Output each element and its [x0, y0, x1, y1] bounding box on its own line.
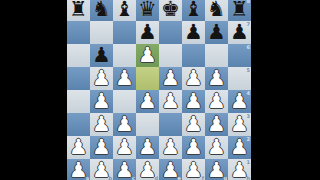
square-e3[interactable] — [159, 113, 182, 136]
white-pawn[interactable]: ♟ — [136, 44, 159, 67]
square-h5[interactable]: 5 — [228, 67, 251, 90]
white-pawn[interactable]: ♟ — [182, 90, 205, 113]
white-pawn[interactable]: ♟ — [159, 90, 182, 113]
square-b1[interactable]: ♟b — [90, 159, 113, 180]
white-pawn[interactable]: ♟ — [90, 90, 113, 113]
black-knight[interactable]: ♞ — [205, 0, 228, 21]
square-b3[interactable]: ♟ — [90, 113, 113, 136]
black-pawn[interactable]: ♟ — [136, 21, 159, 44]
square-h2[interactable]: ♟2 — [228, 136, 251, 159]
square-e7[interactable] — [159, 21, 182, 44]
white-pawn[interactable]: ♟ — [205, 136, 228, 159]
coordinate-rank-1: 1 — [247, 160, 250, 165]
coordinate-file-c: c — [132, 176, 135, 180]
square-a6[interactable] — [67, 44, 90, 67]
square-f8[interactable]: ♝ — [182, 0, 205, 21]
coordinate-file-d: d — [154, 176, 158, 180]
coordinate-file-a: a — [86, 176, 89, 180]
square-g3[interactable]: ♟ — [205, 113, 228, 136]
square-a8[interactable]: ♜ — [67, 0, 90, 21]
square-f6[interactable] — [182, 44, 205, 67]
square-b6[interactable]: ♟ — [90, 44, 113, 67]
square-c5[interactable]: ♟ — [113, 67, 136, 90]
black-rook[interactable]: ♜ — [67, 0, 90, 21]
square-e4[interactable]: ♟ — [159, 90, 182, 113]
black-queen[interactable]: ♛ — [136, 0, 159, 21]
black-knight[interactable]: ♞ — [90, 0, 113, 21]
coordinate-rank-6: 6 — [247, 45, 250, 50]
square-d7[interactable]: ♟ — [136, 21, 159, 44]
white-pawn[interactable]: ♟ — [90, 113, 113, 136]
square-a5[interactable] — [67, 67, 90, 90]
coordinate-file-g: g — [223, 176, 227, 180]
coordinate-rank-7: 7 — [247, 22, 250, 27]
square-b7[interactable] — [90, 21, 113, 44]
square-h8[interactable]: ♜8 — [228, 0, 251, 21]
square-d6[interactable]: ♟ — [136, 44, 159, 67]
black-pawn[interactable]: ♟ — [205, 21, 228, 44]
white-pawn[interactable]: ♟ — [113, 67, 136, 90]
white-pawn[interactable]: ♟ — [113, 113, 136, 136]
square-f1[interactable]: ♟f — [182, 159, 205, 180]
square-g6[interactable] — [205, 44, 228, 67]
white-pawn[interactable]: ♟ — [90, 67, 113, 90]
white-pawn[interactable]: ♟ — [205, 90, 228, 113]
coordinate-file-e: e — [178, 176, 181, 180]
square-d8[interactable]: ♛ — [136, 0, 159, 21]
letterbox-background: ♜♞♝♛♚♝♞♜8♟♟♟♟7♟♟6♟♟♟♟♟5♟♟♟♟♟♟4♟♟♟♟♟3♟♟♟♟… — [0, 0, 320, 180]
square-d3[interactable] — [136, 113, 159, 136]
black-pawn[interactable]: ♟ — [90, 44, 113, 67]
square-d2[interactable]: ♟ — [136, 136, 159, 159]
coordinate-file-h: h — [246, 176, 250, 180]
white-pawn[interactable]: ♟ — [182, 67, 205, 90]
coordinate-file-b: b — [108, 176, 112, 180]
square-a3[interactable] — [67, 113, 90, 136]
white-pawn[interactable]: ♟ — [67, 136, 90, 159]
square-c3[interactable]: ♟ — [113, 113, 136, 136]
square-h6[interactable]: 6 — [228, 44, 251, 67]
square-h1[interactable]: ♟1h — [228, 159, 251, 180]
square-c6[interactable] — [113, 44, 136, 67]
white-pawn[interactable]: ♟ — [159, 67, 182, 90]
square-e8[interactable]: ♚ — [159, 0, 182, 21]
square-b4[interactable]: ♟ — [90, 90, 113, 113]
square-g8[interactable]: ♞ — [205, 0, 228, 21]
white-pawn[interactable]: ♟ — [205, 113, 228, 136]
square-a4[interactable] — [67, 90, 90, 113]
square-h7[interactable]: ♟7 — [228, 21, 251, 44]
square-c7[interactable] — [113, 21, 136, 44]
black-bishop[interactable]: ♝ — [182, 0, 205, 21]
square-a2[interactable]: ♟ — [67, 136, 90, 159]
square-a1[interactable]: ♟a — [67, 159, 90, 180]
square-e6[interactable] — [159, 44, 182, 67]
square-g7[interactable]: ♟ — [205, 21, 228, 44]
white-pawn[interactable]: ♟ — [182, 136, 205, 159]
coordinate-file-f: f — [202, 176, 204, 180]
black-bishop[interactable]: ♝ — [113, 0, 136, 21]
square-d1[interactable]: ♟d — [136, 159, 159, 180]
square-c4[interactable] — [113, 90, 136, 113]
white-pawn[interactable]: ♟ — [136, 136, 159, 159]
square-d5[interactable] — [136, 67, 159, 90]
square-f5[interactable]: ♟ — [182, 67, 205, 90]
white-pawn[interactable]: ♟ — [136, 90, 159, 113]
square-f3[interactable]: ♟ — [182, 113, 205, 136]
square-g1[interactable]: ♟g — [205, 159, 228, 180]
square-h3[interactable]: ♟3 — [228, 113, 251, 136]
square-c1[interactable]: ♟c — [113, 159, 136, 180]
chess-board[interactable]: ♜♞♝♛♚♝♞♜8♟♟♟♟7♟♟6♟♟♟♟♟5♟♟♟♟♟♟4♟♟♟♟♟3♟♟♟♟… — [67, 0, 251, 180]
square-b5[interactable]: ♟ — [90, 67, 113, 90]
square-g4[interactable]: ♟ — [205, 90, 228, 113]
white-pawn[interactable]: ♟ — [205, 67, 228, 90]
white-pawn[interactable]: ♟ — [90, 136, 113, 159]
square-c2[interactable]: ♟ — [113, 136, 136, 159]
square-e2[interactable]: ♟ — [159, 136, 182, 159]
square-g2[interactable]: ♟ — [205, 136, 228, 159]
square-c8[interactable]: ♝ — [113, 0, 136, 21]
black-king[interactable]: ♚ — [159, 0, 182, 21]
square-b2[interactable]: ♟ — [90, 136, 113, 159]
white-pawn[interactable]: ♟ — [182, 113, 205, 136]
coordinate-rank-2: 2 — [247, 137, 250, 142]
square-d4[interactable]: ♟ — [136, 90, 159, 113]
square-h4[interactable]: ♟4 — [228, 90, 251, 113]
white-pawn[interactable]: ♟ — [113, 136, 136, 159]
white-pawn[interactable]: ♟ — [159, 136, 182, 159]
square-f2[interactable]: ♟ — [182, 136, 205, 159]
square-b8[interactable]: ♞ — [90, 0, 113, 21]
coordinate-rank-4: 4 — [247, 91, 250, 96]
square-f7[interactable]: ♟ — [182, 21, 205, 44]
square-e1[interactable]: ♟e — [159, 159, 182, 180]
square-g5[interactable]: ♟ — [205, 67, 228, 90]
square-a7[interactable] — [67, 21, 90, 44]
square-e5[interactable]: ♟ — [159, 67, 182, 90]
coordinate-rank-5: 5 — [247, 68, 250, 73]
coordinate-rank-3: 3 — [247, 114, 250, 119]
black-pawn[interactable]: ♟ — [182, 21, 205, 44]
coordinate-rank-8: 8 — [247, 0, 250, 4]
square-f4[interactable]: ♟ — [182, 90, 205, 113]
